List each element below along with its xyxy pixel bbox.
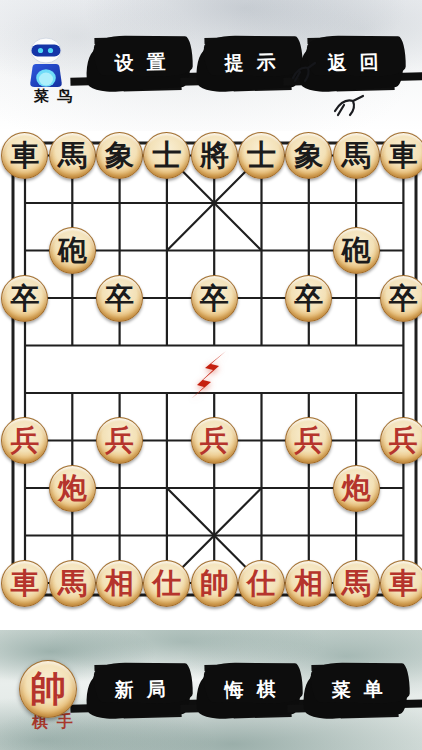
menu-button[interactable]: 菜单 xyxy=(308,667,405,713)
menu-button-label: 菜单 xyxy=(315,676,400,704)
piece-character: 車 xyxy=(389,569,418,598)
piece-character: 車 xyxy=(10,569,39,598)
piece-character: 卒 xyxy=(294,284,323,313)
piece-black-horse[interactable]: 馬 xyxy=(49,132,96,179)
player-avatar-piece: 帥 xyxy=(19,660,77,718)
undo-button[interactable]: 悔棋 xyxy=(201,667,298,713)
piece-red-soldier[interactable]: 兵 xyxy=(285,417,332,464)
piece-black-advisor[interactable]: 士 xyxy=(238,132,285,179)
piece-black-cannon[interactable]: 砲 xyxy=(49,227,96,274)
piece-red-chariot[interactable]: 車 xyxy=(1,560,48,607)
piece-black-advisor[interactable]: 士 xyxy=(143,132,190,179)
piece-character: 馬 xyxy=(58,141,87,170)
piece-red-horse[interactable]: 馬 xyxy=(333,560,380,607)
piece-character: 象 xyxy=(294,141,323,170)
piece-red-soldier[interactable]: 兵 xyxy=(96,417,143,464)
piece-black-soldier[interactable]: 卒 xyxy=(1,275,48,322)
piece-character: 相 xyxy=(105,569,134,598)
ink-crane-icon xyxy=(288,58,318,84)
piece-black-cannon[interactable]: 砲 xyxy=(333,227,380,274)
piece-character: 砲 xyxy=(342,236,371,265)
piece-character: 車 xyxy=(10,141,39,170)
piece-red-general[interactable]: 帥 xyxy=(191,560,238,607)
piece-character: 兵 xyxy=(389,426,418,455)
piece-red-soldier[interactable]: 兵 xyxy=(1,417,48,464)
piece-black-soldier[interactable]: 卒 xyxy=(285,275,332,322)
piece-black-horse[interactable]: 馬 xyxy=(333,132,380,179)
piece-black-chariot[interactable]: 車 xyxy=(1,132,48,179)
piece-character: 車 xyxy=(389,141,418,170)
piece-black-soldier[interactable]: 卒 xyxy=(380,275,422,322)
piece-character: 馬 xyxy=(342,141,371,170)
piece-black-general[interactable]: 將 xyxy=(191,132,238,179)
piece-character: 將 xyxy=(200,141,229,170)
piece-character: 士 xyxy=(152,141,181,170)
piece-black-elephant[interactable]: 象 xyxy=(96,132,143,179)
piece-character: 馬 xyxy=(342,569,371,598)
piece-character: 相 xyxy=(294,569,323,598)
piece-character: 象 xyxy=(105,141,134,170)
piece-character: 馬 xyxy=(58,569,87,598)
piece-black-chariot[interactable]: 車 xyxy=(380,132,422,179)
xiangqi-board[interactable]: 車馬象士將士象馬車砲砲卒卒卒卒卒兵兵兵兵兵炮炮車馬相仕帥仕相馬車 xyxy=(1,132,422,607)
undo-button-label: 悔棋 xyxy=(208,676,293,704)
ink-crane-icon xyxy=(330,90,366,118)
piece-character: 兵 xyxy=(10,426,39,455)
piece-red-elephant[interactable]: 相 xyxy=(96,560,143,607)
piece-character: 兵 xyxy=(200,426,229,455)
player-avatar-character: 帥 xyxy=(30,665,66,714)
piece-red-chariot[interactable]: 車 xyxy=(380,560,422,607)
piece-character: 炮 xyxy=(342,474,371,503)
piece-character: 仕 xyxy=(247,569,276,598)
piece-character: 帥 xyxy=(200,569,229,598)
piece-character: 卒 xyxy=(105,284,134,313)
piece-character: 仕 xyxy=(152,569,181,598)
piece-red-horse[interactable]: 馬 xyxy=(49,560,96,607)
piece-character: 卒 xyxy=(200,284,229,313)
piece-red-cannon[interactable]: 炮 xyxy=(49,465,96,512)
new-game-button[interactable]: 新局 xyxy=(91,667,188,713)
piece-red-advisor[interactable]: 仕 xyxy=(238,560,285,607)
piece-black-soldier[interactable]: 卒 xyxy=(191,275,238,322)
piece-character: 砲 xyxy=(58,236,87,265)
new-game-button-label: 新局 xyxy=(98,676,183,704)
piece-character: 卒 xyxy=(10,284,39,313)
piece-black-soldier[interactable]: 卒 xyxy=(96,275,143,322)
xiangqi-app: 菜鸟 设置 提示 返回 xyxy=(0,0,422,750)
piece-character: 炮 xyxy=(58,474,87,503)
piece-red-soldier[interactable]: 兵 xyxy=(380,417,422,464)
piece-red-cannon[interactable]: 炮 xyxy=(333,465,380,512)
piece-character: 卒 xyxy=(389,284,418,313)
piece-black-elephant[interactable]: 象 xyxy=(285,132,332,179)
piece-red-advisor[interactable]: 仕 xyxy=(143,560,190,607)
piece-red-elephant[interactable]: 相 xyxy=(285,560,332,607)
piece-character: 兵 xyxy=(294,426,323,455)
piece-red-soldier[interactable]: 兵 xyxy=(191,417,238,464)
piece-character: 士 xyxy=(247,141,276,170)
piece-character: 兵 xyxy=(105,426,134,455)
